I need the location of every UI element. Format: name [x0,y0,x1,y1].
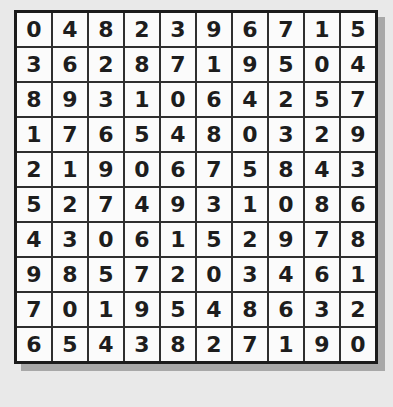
grid-cell-r3c3: 3 [89,83,123,116]
grid-cell-r8c10: 1 [341,258,375,291]
grid-cell-r7c10: 8 [341,223,375,256]
grid-cell-r8c5: 2 [161,258,195,291]
grid-cell-r2c10: 4 [341,48,375,81]
grid-cell-r9c10: 2 [341,293,375,326]
grid-cell-r8c7: 3 [233,258,267,291]
grid-cell-r4c1: 1 [17,118,51,151]
grid-cell-r5c6: 7 [197,153,231,186]
grid-cell-r3c5: 0 [161,83,195,116]
grid-cell-r3c7: 4 [233,83,267,116]
grid-cell-r5c5: 6 [161,153,195,186]
grid-cell-r5c3: 9 [89,153,123,186]
grid-cell-r2c1: 3 [17,48,51,81]
grid-cell-r10c9: 9 [305,328,339,361]
grid-cell-r6c4: 4 [125,188,159,221]
grid-cell-r5c10: 3 [341,153,375,186]
grid-cell-r8c1: 9 [17,258,51,291]
grid-cell-r1c6: 9 [197,13,231,46]
grid-cell-r9c6: 4 [197,293,231,326]
grid-cell-r1c7: 6 [233,13,267,46]
grid-cell-r6c2: 2 [53,188,87,221]
grid-cell-r8c6: 0 [197,258,231,291]
grid-cell-r8c2: 8 [53,258,87,291]
grid-cell-r7c7: 2 [233,223,267,256]
grid-cell-r10c4: 3 [125,328,159,361]
grid-cell-r1c5: 3 [161,13,195,46]
grid-cell-r3c6: 6 [197,83,231,116]
grid-cell-r4c10: 9 [341,118,375,151]
grid-cell-r6c6: 3 [197,188,231,221]
grid-cell-r2c4: 8 [125,48,159,81]
grid-cell-r1c10: 5 [341,13,375,46]
grid-cell-r4c7: 0 [233,118,267,151]
grid-cell-r4c5: 4 [161,118,195,151]
grid-cell-r5c1: 2 [17,153,51,186]
grid-cell-r1c2: 4 [53,13,87,46]
grid-cell-r10c5: 8 [161,328,195,361]
grid-cell-r7c2: 3 [53,223,87,256]
grid-cell-r7c6: 5 [197,223,231,256]
grid-cell-r10c2: 5 [53,328,87,361]
grid-cell-r1c1: 0 [17,13,51,46]
grid-cell-r4c3: 6 [89,118,123,151]
grid-cell-r8c8: 4 [269,258,303,291]
page-background: 0482396715362871950489310642571765480329… [0,0,393,407]
grid-cell-r10c1: 6 [17,328,51,361]
grid-cell-r4c6: 8 [197,118,231,151]
grid-cell-r5c4: 0 [125,153,159,186]
grid-cell-r9c2: 0 [53,293,87,326]
grid-cell-r4c8: 3 [269,118,303,151]
grid-cell-r6c9: 8 [305,188,339,221]
grid-cell-r3c1: 8 [17,83,51,116]
grid-cell-r2c8: 5 [269,48,303,81]
grid-cell-r6c8: 0 [269,188,303,221]
grid-cell-r2c5: 7 [161,48,195,81]
grid-cell-r3c10: 7 [341,83,375,116]
grid-cell-r3c2: 9 [53,83,87,116]
grid-cell-r10c10: 0 [341,328,375,361]
grid-cell-r6c5: 9 [161,188,195,221]
grid-cell-r8c4: 7 [125,258,159,291]
grid-cell-r5c7: 5 [233,153,267,186]
grid-cell-r3c9: 5 [305,83,339,116]
grid-cell-r10c3: 4 [89,328,123,361]
grid-cell-r4c4: 5 [125,118,159,151]
grid-cell-r9c4: 9 [125,293,159,326]
grid-cell-r2c7: 9 [233,48,267,81]
grid-cell-r9c1: 7 [17,293,51,326]
grid-cell-r7c9: 7 [305,223,339,256]
grid-cell-r9c9: 3 [305,293,339,326]
grid-cell-r7c3: 0 [89,223,123,256]
grid-cell-r7c5: 1 [161,223,195,256]
grid-cell-r6c7: 1 [233,188,267,221]
number-grid-board: 0482396715362871950489310642571765480329… [14,10,378,364]
grid-cell-r5c2: 1 [53,153,87,186]
grid-cell-r1c4: 2 [125,13,159,46]
grid-cell-r6c1: 5 [17,188,51,221]
grid-cell-r9c3: 1 [89,293,123,326]
grid-cell-r3c8: 2 [269,83,303,116]
grid-cell-r2c9: 0 [305,48,339,81]
grid-cell-r1c8: 7 [269,13,303,46]
grid-cell-r5c9: 4 [305,153,339,186]
grid-cell-r5c8: 8 [269,153,303,186]
grid-cell-r9c5: 5 [161,293,195,326]
grid-cell-r9c8: 6 [269,293,303,326]
grid-cell-r4c2: 7 [53,118,87,151]
grid-cell-r9c7: 8 [233,293,267,326]
grid-cell-r6c3: 7 [89,188,123,221]
grid-cell-r8c9: 6 [305,258,339,291]
grid-cell-r10c6: 2 [197,328,231,361]
grid-cell-r8c3: 5 [89,258,123,291]
grid-cell-r7c8: 9 [269,223,303,256]
grid-cell-r2c2: 6 [53,48,87,81]
grid-cell-r7c1: 4 [17,223,51,256]
grid-cell-r4c9: 2 [305,118,339,151]
grid-cell-r2c6: 1 [197,48,231,81]
grid-cell-r1c3: 8 [89,13,123,46]
grid-cell-r6c10: 6 [341,188,375,221]
grid-cell-r1c9: 1 [305,13,339,46]
grid-cell-r10c7: 7 [233,328,267,361]
grid-cell-r10c8: 1 [269,328,303,361]
grid-cell-r2c3: 2 [89,48,123,81]
grid-cell-r7c4: 6 [125,223,159,256]
grid-cell-r3c4: 1 [125,83,159,116]
